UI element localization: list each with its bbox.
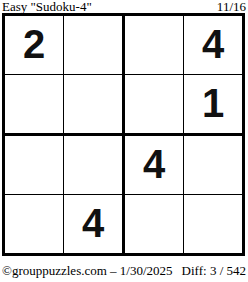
cell-r1c4[interactable]: 4 <box>184 16 242 75</box>
footer: ©grouppuzzles.com – 1/30/2025 Diff: 3 / … <box>0 264 248 278</box>
given-digit: 4 <box>202 24 224 64</box>
difficulty-text: Diff: 3 / 542 <box>182 264 246 278</box>
cell-r2c4[interactable]: 1 <box>184 75 242 136</box>
cell-r2c2[interactable] <box>64 75 125 136</box>
cell-r2c1[interactable] <box>5 75 64 136</box>
sudoku-board: 24144 <box>2 13 245 256</box>
cell-r1c3[interactable] <box>125 16 184 75</box>
cell-r3c2[interactable] <box>64 136 125 195</box>
cell-r4c2[interactable]: 4 <box>64 195 125 253</box>
cell-r2c3[interactable] <box>125 75 184 136</box>
given-digit: 4 <box>82 203 104 243</box>
given-digit: 2 <box>23 24 45 64</box>
cell-r1c2[interactable] <box>64 16 125 75</box>
cell-r4c1[interactable] <box>5 195 64 253</box>
given-digit: 1 <box>202 83 224 123</box>
puzzle-title: Easy "Sudoku-4" <box>2 0 92 13</box>
cell-r4c3[interactable] <box>125 195 184 253</box>
header: Easy "Sudoku-4" 11/16 <box>0 0 248 13</box>
puzzle-page: Easy "Sudoku-4" 11/16 24144 ©grouppuzzle… <box>0 0 248 282</box>
cell-r3c3[interactable]: 4 <box>125 136 184 195</box>
copyright-text: ©grouppuzzles.com – 1/30/2025 <box>2 264 173 278</box>
given-digit: 4 <box>143 144 165 184</box>
page-number: 11/16 <box>217 0 246 13</box>
cell-r1c1[interactable]: 2 <box>5 16 64 75</box>
cell-r3c1[interactable] <box>5 136 64 195</box>
cell-r4c4[interactable] <box>184 195 242 253</box>
cell-r3c4[interactable] <box>184 136 242 195</box>
